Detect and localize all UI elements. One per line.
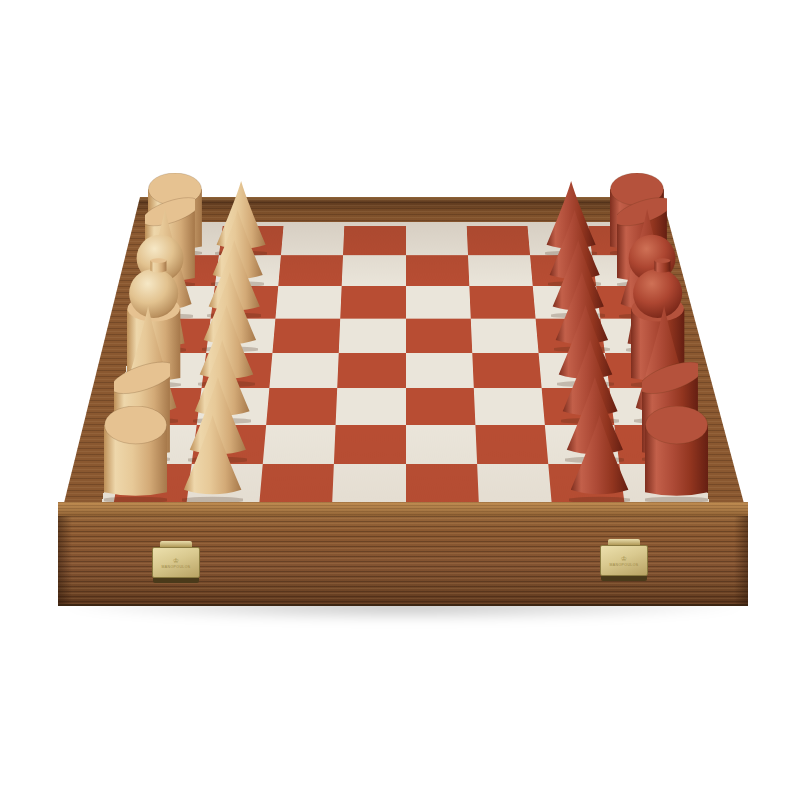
board-square	[470, 319, 538, 353]
white-pawn	[182, 415, 243, 504]
board-square	[332, 464, 405, 505]
board-square	[273, 319, 341, 353]
clasp-plate: ♔ MANOPOULOS	[152, 547, 200, 578]
left-edge-shade	[58, 516, 72, 604]
board-square	[469, 286, 535, 318]
board-square	[477, 464, 552, 505]
clasp-catch	[153, 578, 199, 583]
board-square	[473, 388, 544, 425]
product-photo: ♔ MANOPOULOS ♔ MANOPOULOS	[0, 0, 800, 800]
board-square	[406, 226, 468, 256]
clasp-brand-text: MANOPOULOS	[161, 565, 190, 569]
board-square	[281, 226, 344, 256]
board-square	[339, 319, 405, 353]
board-square	[276, 286, 342, 318]
board-square	[266, 388, 337, 425]
brass-clasp-left: ♔ MANOPOULOS	[152, 541, 200, 583]
board-square	[466, 226, 529, 256]
board-square	[472, 353, 541, 388]
board-square	[259, 464, 334, 505]
board-square	[338, 353, 406, 388]
board-square	[406, 319, 472, 353]
brass-clasp-right: ♔ MANOPOULOS	[600, 539, 648, 581]
board-square	[468, 255, 533, 286]
box-front-rim-lip	[58, 502, 748, 517]
board-square	[406, 353, 474, 388]
clasp-catch	[601, 576, 647, 581]
board-square	[334, 425, 405, 464]
right-edge-shade	[734, 516, 748, 604]
board-square	[342, 255, 406, 286]
clasp-plate: ♔ MANOPOULOS	[600, 545, 648, 576]
board-square	[263, 425, 336, 464]
board-square	[406, 425, 477, 464]
board-square	[406, 464, 479, 505]
board-square	[406, 255, 470, 286]
board-square	[475, 425, 548, 464]
board-square	[406, 286, 471, 318]
white-rook	[104, 406, 167, 504]
crown-emblem-icon: ♔	[173, 557, 179, 564]
red-pawn	[569, 415, 630, 504]
clasp-brand-text: MANOPOULOS	[609, 563, 638, 567]
red-rook	[645, 406, 708, 504]
crown-emblem-icon: ♔	[621, 555, 627, 562]
board-square	[270, 353, 339, 388]
board-square	[278, 255, 343, 286]
board-square	[341, 286, 406, 318]
board-square	[406, 388, 476, 425]
board-square	[336, 388, 406, 425]
board-square	[343, 226, 405, 256]
